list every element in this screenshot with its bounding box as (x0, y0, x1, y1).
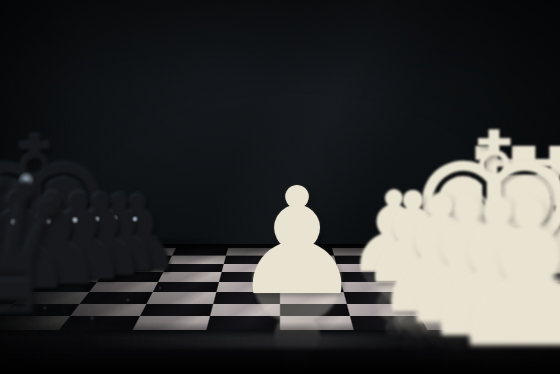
board-square[interactable] (140, 304, 213, 317)
white-pawn-f-piece[interactable]: ♟ (439, 174, 560, 374)
chess-photo-scene: ♟♟♟♟♟♟♟♟♟♟ ♛♚♞♟♟♟♟♟♟♚♜♝♝♞♟♟♟♟♟♟♟ (0, 0, 560, 374)
white-advanced-pawn-piece[interactable]: ♟ (231, 168, 364, 316)
black-edge-piece-piece[interactable]: ♛ (0, 153, 79, 343)
board-square[interactable] (133, 316, 210, 330)
